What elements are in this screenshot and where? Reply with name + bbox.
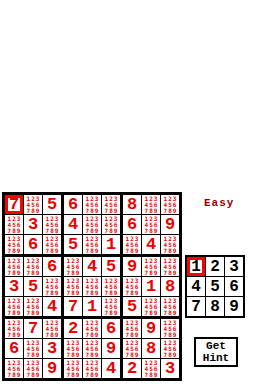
pencil-marks: 123456789 — [125, 340, 140, 358]
pencil-marks: 123456789 — [163, 298, 178, 316]
sudoku-cell-r6c5[interactable]: 1 — [83, 297, 101, 316]
sudoku-cell-r4c4[interactable]: 123456789 — [64, 257, 82, 276]
sudoku-box-1: 7123456789512345678931234567891234567896… — [5, 195, 61, 254]
sudoku-cell-r2c9[interactable]: 9 — [161, 215, 179, 234]
sudoku-cell-r5c7[interactable]: 123456789 — [123, 277, 141, 296]
sudoku-cell-r3c9[interactable]: 123456789 — [161, 235, 179, 254]
sudoku-box-5: 1234567894512345678912345678912345678971… — [64, 257, 120, 316]
sudoku-cell-r7c4[interactable]: 2 — [64, 319, 82, 338]
sudoku-box-4: 1234567891234567896351234567891234567891… — [5, 257, 61, 316]
cell-digit: 4 — [68, 216, 78, 233]
sudoku-cell-r8c2[interactable]: 123456789 — [24, 339, 42, 358]
pencil-marks: 123456789 — [7, 360, 22, 378]
sudoku-cell-r9c6[interactable]: 4 — [102, 359, 120, 378]
cell-digit: 4 — [47, 298, 57, 315]
pencil-marks: 123456789 — [144, 258, 159, 276]
sudoku-cell-r3c1[interactable]: 123456789 — [5, 235, 23, 254]
pencil-marks: 123456789 — [26, 196, 41, 214]
pencil-marks: 123456789 — [163, 258, 178, 276]
sudoku-cell-r3c8[interactable]: 4 — [142, 235, 160, 254]
cell-digit: 9 — [127, 258, 137, 275]
pencil-marks: 123456789 — [125, 278, 140, 296]
sudoku-cell-r3c6[interactable]: 1 — [102, 235, 120, 254]
sudoku-cell-r8c4[interactable]: 123456789 — [64, 339, 82, 358]
sudoku-cell-r1c9[interactable]: 123456789 — [161, 195, 179, 214]
cell-digit: 1 — [146, 278, 156, 295]
pencil-marks: 123456789 — [7, 236, 22, 254]
cell-digit: 6 — [47, 258, 57, 275]
sudoku-cell-r8c3[interactable]: 3 — [43, 339, 61, 358]
sudoku-cell-r7c7[interactable]: 123456789 — [123, 319, 141, 338]
cell-digit: 3 — [165, 360, 175, 377]
sudoku-cell-r7c3[interactable]: 123456789 — [43, 319, 61, 338]
sudoku-cell-r9c5[interactable]: 123456789 — [83, 359, 101, 378]
pencil-marks: 123456789 — [104, 196, 119, 214]
cell-digit: 5 — [106, 258, 116, 275]
pencil-marks: 123456789 — [66, 340, 81, 358]
numpad-digit-9[interactable]: 9 — [225, 297, 243, 316]
cell-digit: 2 — [68, 320, 78, 337]
sudoku-cell-r2c8[interactable]: 123456789 — [142, 215, 160, 234]
sudoku-cell-r6c2[interactable]: 123456789 — [24, 297, 42, 316]
pencil-marks: 123456789 — [26, 298, 41, 316]
pencil-marks: 123456789 — [85, 216, 100, 234]
sudoku-cell-r5c9[interactable]: 8 — [161, 277, 179, 296]
cell-digit: 3 — [9, 278, 19, 295]
pencil-marks: 123456789 — [45, 216, 60, 234]
hint-button-line1: Get — [206, 340, 226, 352]
sudoku-cell-r9c2[interactable]: 123456789 — [24, 359, 42, 378]
pencil-marks: 123456789 — [144, 216, 159, 234]
sudoku-cell-r1c3[interactable]: 5 — [43, 195, 61, 214]
pencil-marks: 123456789 — [7, 320, 22, 338]
sudoku-cell-r8c9[interactable]: 123456789 — [161, 339, 179, 358]
pencil-marks: 123456789 — [66, 360, 81, 378]
sudoku-cell-r2c7[interactable]: 6 — [123, 215, 141, 234]
sudoku-cell-r4c9[interactable]: 123456789 — [161, 257, 179, 276]
sudoku-cell-r3c7[interactable]: 123456789 — [123, 235, 141, 254]
cell-digit: 3 — [47, 340, 57, 357]
numpad-digit-4[interactable]: 4 — [187, 277, 205, 296]
sudoku-cell-r1c2[interactable]: 123456789 — [24, 195, 42, 214]
pencil-marks: 123456789 — [26, 258, 41, 276]
sudoku-cell-r2c3[interactable]: 123456789 — [43, 215, 61, 234]
sudoku-cell-r6c1[interactable]: 123456789 — [5, 297, 23, 316]
sudoku-cell-r3c3[interactable]: 123456789 — [43, 235, 61, 254]
sudoku-cell-r7c2[interactable]: 7 — [24, 319, 42, 338]
sudoku-cell-r9c7[interactable]: 2 — [123, 359, 141, 378]
cell-digit: 9 — [47, 360, 57, 377]
sudoku-cell-r6c6[interactable]: 123456789 — [102, 297, 120, 316]
sudoku-cell-r6c9[interactable]: 123456789 — [161, 297, 179, 316]
pencil-marks: 123456789 — [104, 216, 119, 234]
sudoku-box-6: 9123456789123456789123456789185123456789… — [123, 257, 179, 316]
cell-digit: 4 — [106, 360, 116, 377]
pencil-marks: 123456789 — [144, 298, 159, 316]
sudoku-cell-r5c1[interactable]: 3 — [5, 277, 23, 296]
pencil-marks: 123456789 — [163, 236, 178, 254]
sudoku-cell-r2c1[interactable]: 123456789 — [5, 215, 23, 234]
sudoku-cell-r1c4[interactable]: 6 — [64, 195, 82, 214]
cell-digit: 8 — [165, 278, 175, 295]
sudoku-cell-r8c6[interactable]: 9 — [102, 339, 120, 358]
sudoku-cell-r9c1[interactable]: 123456789 — [5, 359, 23, 378]
cell-digit: 1 — [87, 298, 97, 315]
pencil-marks: 123456789 — [125, 236, 140, 254]
sudoku-cell-r6c8[interactable]: 123456789 — [142, 297, 160, 316]
pencil-marks: 123456789 — [7, 298, 22, 316]
cell-digit: 8 — [146, 340, 156, 357]
hint-button-line2: Hint — [203, 352, 229, 364]
cell-digit: 4 — [87, 258, 97, 275]
cell-digit: 9 — [106, 340, 116, 357]
cell-digit: 7 — [9, 196, 19, 213]
sudoku-cell-r4c8[interactable]: 123456789 — [142, 257, 160, 276]
sudoku-cell-r8c1[interactable]: 6 — [5, 339, 23, 358]
cell-digit: 5 — [68, 236, 78, 253]
numpad-digit-6[interactable]: 6 — [225, 277, 243, 296]
sudoku-cell-r7c8[interactable]: 9 — [142, 319, 160, 338]
sudoku-cell-r8c8[interactable]: 8 — [142, 339, 160, 358]
numpad-digit-3[interactable]: 3 — [225, 257, 243, 276]
cell-digit: 6 — [9, 340, 19, 357]
sudoku-cell-r6c4[interactable]: 7 — [64, 297, 82, 316]
numpad-digit-5[interactable]: 5 — [206, 277, 224, 296]
cell-digit: 9 — [146, 320, 156, 337]
sudoku-cell-r1c7[interactable]: 8 — [123, 195, 141, 214]
sudoku-cell-r3c4[interactable]: 5 — [64, 235, 82, 254]
sudoku-cell-r5c5[interactable]: 123456789 — [83, 277, 101, 296]
pencil-marks: 123456789 — [45, 236, 60, 254]
sudoku-cell-r4c6[interactable]: 5 — [102, 257, 120, 276]
sudoku-cell-r7c1[interactable]: 123456789 — [5, 319, 23, 338]
sudoku-cell-r8c7[interactable]: 123456789 — [123, 339, 141, 358]
sudoku-cell-r2c6[interactable]: 123456789 — [102, 215, 120, 234]
sudoku-box-2: 6123456789123456789412345678912345678951… — [64, 195, 120, 254]
sudoku-cell-r3c2[interactable]: 6 — [24, 235, 42, 254]
cell-digit: 5 — [47, 196, 57, 213]
cell-digit: 6 — [28, 236, 38, 253]
pencil-marks: 123456789 — [66, 278, 81, 296]
cell-digit: 7 — [28, 320, 38, 337]
pencil-marks: 123456789 — [125, 320, 140, 338]
sudoku-cell-r6c7[interactable]: 5 — [123, 297, 141, 316]
sudoku-cell-r9c8[interactable]: 123456789 — [142, 359, 160, 378]
cell-digit: 3 — [28, 216, 38, 233]
pencil-marks: 123456789 — [7, 258, 22, 276]
cell-digit: 7 — [68, 298, 78, 315]
pencil-marks: 123456789 — [144, 196, 159, 214]
sudoku-cell-r9c9[interactable]: 3 — [161, 359, 179, 378]
pencil-marks: 123456789 — [104, 298, 119, 316]
sudoku-cell-r4c7[interactable]: 9 — [123, 257, 141, 276]
pencil-marks: 123456789 — [163, 196, 178, 214]
numpad-digit-7[interactable]: 7 — [187, 297, 205, 316]
numpad-digit-8[interactable]: 8 — [206, 297, 224, 316]
cell-digit: 5 — [127, 298, 137, 315]
sudoku-cell-r5c8[interactable]: 1 — [142, 277, 160, 296]
pencil-marks: 123456789 — [163, 340, 178, 358]
cell-digit: 6 — [127, 216, 137, 233]
get-hint-button[interactable]: Get Hint — [194, 337, 238, 367]
sudoku-cell-r2c4[interactable]: 4 — [64, 215, 82, 234]
pencil-marks: 123456789 — [163, 320, 178, 338]
sudoku-cell-r6c3[interactable]: 4 — [43, 297, 61, 316]
pencil-marks: 123456789 — [85, 340, 100, 358]
difficulty-label: Easy — [204, 197, 234, 209]
cell-digit: 8 — [127, 196, 137, 213]
sudoku-cell-r9c3[interactable]: 9 — [43, 359, 61, 378]
sudoku-cell-r7c6[interactable]: 6 — [102, 319, 120, 338]
sudoku-board: 7123456789512345678931234567891234567896… — [2, 192, 182, 381]
cell-digit: 9 — [165, 216, 175, 233]
sudoku-cell-r7c5[interactable]: 123456789 — [83, 319, 101, 338]
pencil-marks: 123456789 — [85, 236, 100, 254]
pencil-marks: 123456789 — [85, 196, 100, 214]
sudoku-cell-r5c3[interactable]: 123456789 — [43, 277, 61, 296]
pencil-marks: 123456789 — [26, 340, 41, 358]
pencil-marks: 123456789 — [104, 278, 119, 296]
cell-digit: 6 — [68, 196, 78, 213]
pencil-marks: 123456789 — [85, 278, 100, 296]
cell-digit: 1 — [106, 236, 116, 253]
number-pad: 123456789 — [185, 255, 245, 318]
sudoku-cell-r7c9[interactable]: 123456789 — [161, 319, 179, 338]
sudoku-box-9: 1234567899123456789123456789812345678921… — [123, 319, 179, 378]
sudoku-cell-r1c1[interactable]: 7 — [5, 195, 23, 214]
sudoku-cell-r8c5[interactable]: 123456789 — [83, 339, 101, 358]
sudoku-cell-r5c2[interactable]: 5 — [24, 277, 42, 296]
pencil-marks: 123456789 — [66, 258, 81, 276]
pencil-marks: 123456789 — [7, 216, 22, 234]
sudoku-cell-r4c5[interactable]: 4 — [83, 257, 101, 276]
pencil-marks: 123456789 — [144, 360, 159, 378]
sudoku-box-7: 1234567897123456789612345678931234567891… — [5, 319, 61, 378]
numpad-digit-2[interactable]: 2 — [206, 257, 224, 276]
pencil-marks: 123456789 — [45, 278, 60, 296]
sudoku-cell-r9c4[interactable]: 123456789 — [64, 359, 82, 378]
sudoku-cell-r3c5[interactable]: 123456789 — [83, 235, 101, 254]
pencil-marks: 123456789 — [85, 320, 100, 338]
sudoku-cell-r4c3[interactable]: 6 — [43, 257, 61, 276]
sudoku-cell-r5c4[interactable]: 123456789 — [64, 277, 82, 296]
sudoku-cell-r1c5[interactable]: 123456789 — [83, 195, 101, 214]
cell-digit: 4 — [146, 236, 156, 253]
sudoku-cell-r1c8[interactable]: 123456789 — [142, 195, 160, 214]
sudoku-cell-r4c1[interactable]: 123456789 — [5, 257, 23, 276]
sudoku-box-8: 2123456789612345678912345678991234567891… — [64, 319, 120, 378]
pencil-marks: 123456789 — [45, 320, 60, 338]
sudoku-cell-r2c5[interactable]: 123456789 — [83, 215, 101, 234]
cell-digit: 5 — [28, 278, 38, 295]
sudoku-cell-r5c6[interactable]: 123456789 — [102, 277, 120, 296]
cell-digit: 2 — [127, 360, 137, 377]
sudoku-box-3: 8123456789123456789612345678991234567894… — [123, 195, 179, 254]
pencil-marks: 123456789 — [26, 360, 41, 378]
cell-digit: 6 — [106, 320, 116, 337]
sudoku-cell-r4c2[interactable]: 123456789 — [24, 257, 42, 276]
sudoku-cell-r1c6[interactable]: 123456789 — [102, 195, 120, 214]
sudoku-cell-r2c2[interactable]: 3 — [24, 215, 42, 234]
pencil-marks: 123456789 — [85, 360, 100, 378]
numpad-digit-1[interactable]: 1 — [187, 257, 205, 276]
